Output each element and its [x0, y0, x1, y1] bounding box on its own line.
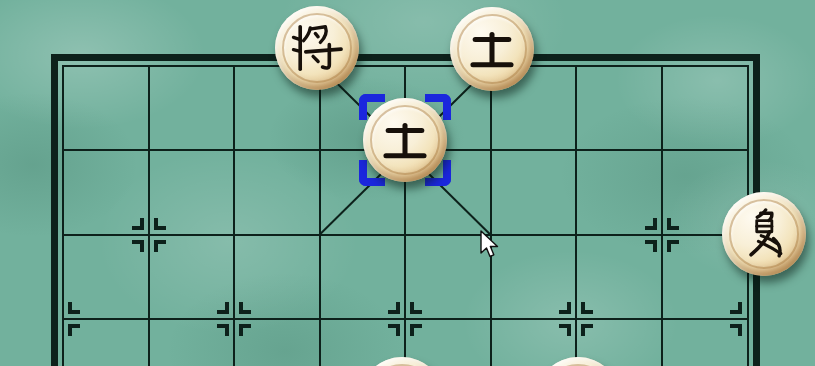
- marker-corner: [154, 240, 166, 252]
- marker-corner: [239, 324, 251, 336]
- marker-corner: [388, 302, 400, 314]
- grid-rank-line: [64, 234, 747, 236]
- marker-corner: [667, 218, 679, 230]
- piece-character-black-advisor-palace-centre: [377, 112, 433, 168]
- piece-character-black-general: [289, 20, 345, 76]
- xiangqi-board-view: [0, 0, 815, 366]
- grid-file-line: [661, 66, 663, 366]
- marker-corner: [217, 302, 229, 314]
- marker-corner: [645, 240, 657, 252]
- marker-corner: [645, 218, 657, 230]
- marker-corner: [388, 324, 400, 336]
- grid-file-line: [490, 66, 492, 366]
- marker-corner: [559, 324, 571, 336]
- marker-corner: [581, 302, 593, 314]
- piece-character-black-advisor-right: [464, 21, 520, 77]
- marker-corner: [581, 324, 593, 336]
- marker-corner: [667, 240, 679, 252]
- marker-corner: [730, 324, 742, 336]
- marker-corner: [132, 218, 144, 230]
- piece-black-elephant-right[interactable]: [722, 192, 806, 276]
- marker-corner: [217, 324, 229, 336]
- piece-black-general[interactable]: [275, 6, 359, 90]
- piece-black-advisor-right[interactable]: [450, 7, 534, 91]
- marker-corner: [410, 302, 422, 314]
- grid-file-line: [575, 66, 577, 366]
- marker-corner: [239, 302, 251, 314]
- mouse-cursor: [480, 230, 506, 260]
- marker-corner: [68, 302, 80, 314]
- piece-character-black-elephant-right: [736, 206, 792, 262]
- grid-rank-line: [64, 318, 747, 320]
- grid-file-line: [233, 66, 235, 366]
- marker-corner: [154, 218, 166, 230]
- grid-file-line: [148, 66, 150, 366]
- marker-corner: [559, 302, 571, 314]
- marker-corner: [730, 302, 742, 314]
- piece-black-advisor-palace-centre[interactable]: [363, 98, 447, 182]
- grid-file-line: [319, 66, 321, 366]
- marker-corner: [132, 240, 144, 252]
- marker-corner: [410, 324, 422, 336]
- marker-corner: [68, 324, 80, 336]
